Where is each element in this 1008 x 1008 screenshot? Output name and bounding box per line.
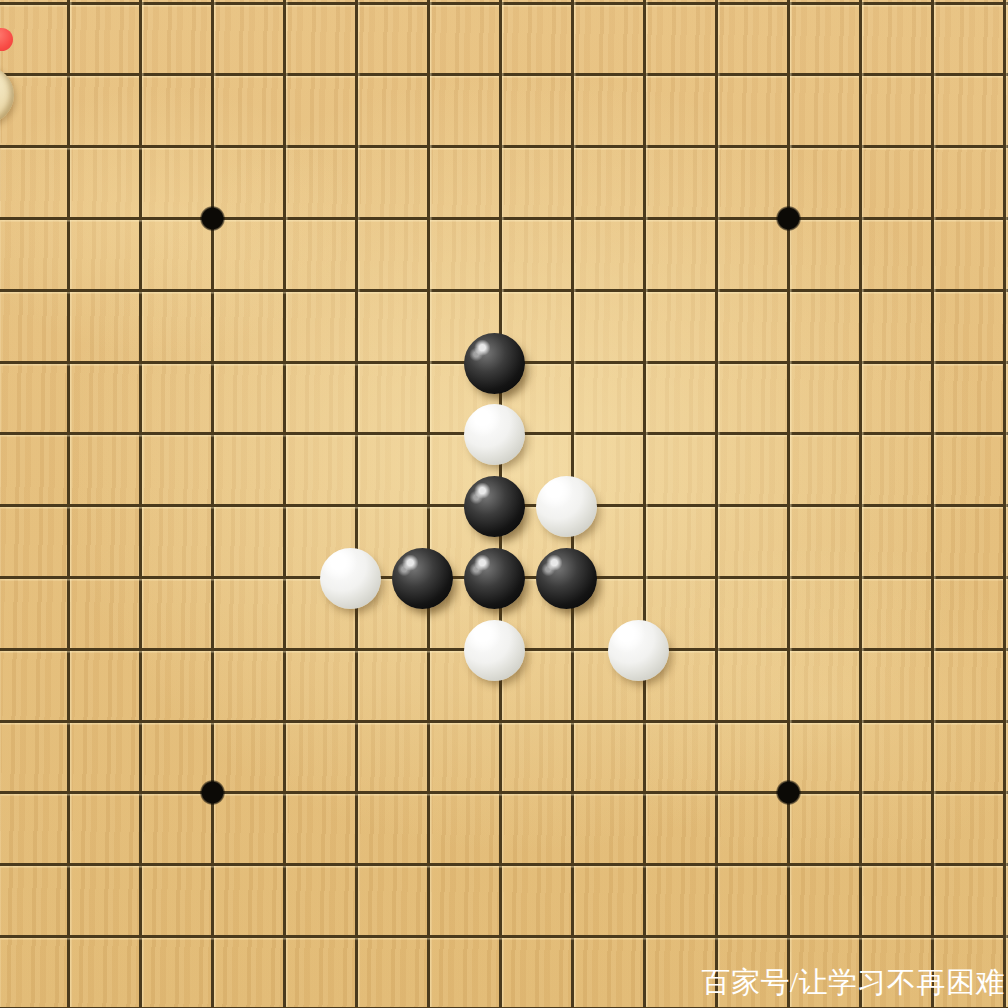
watermark: 百家号/让学习不再困难 <box>701 968 1005 997</box>
stone-black <box>464 333 525 394</box>
stone-black <box>464 476 525 537</box>
stone-white <box>608 620 669 681</box>
stone-white <box>536 476 597 537</box>
stone-black <box>392 548 453 609</box>
stone-black <box>536 548 597 609</box>
stone-white <box>320 548 381 609</box>
stone-white <box>464 404 525 465</box>
stones-layer <box>0 0 1008 1008</box>
stone-black <box>464 548 525 609</box>
gomoku-board[interactable]: 百家号/让学习不再困难 <box>0 0 1008 1008</box>
stone-white <box>464 620 525 681</box>
